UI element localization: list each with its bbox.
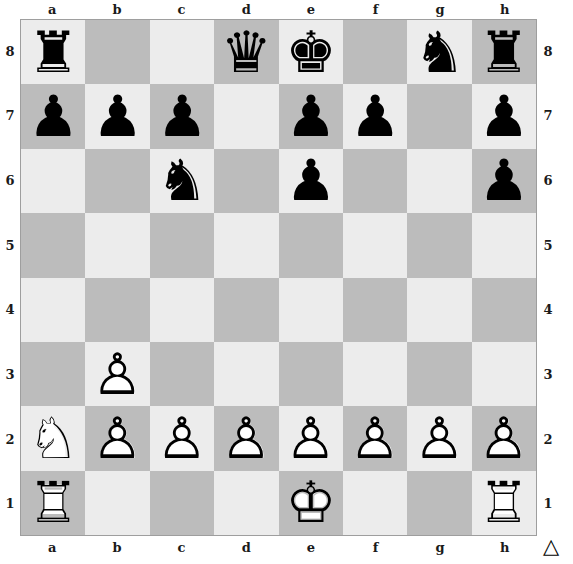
square-d5[interactable] bbox=[214, 213, 278, 277]
black-pawn: ♟ bbox=[150, 84, 214, 148]
square-c6[interactable]: ♞ bbox=[150, 149, 214, 213]
black-pawn: ♟ bbox=[85, 84, 149, 148]
square-c4[interactable] bbox=[150, 278, 214, 342]
black-rook: ♜ bbox=[21, 20, 85, 84]
rank-label-right-2: 2 bbox=[537, 407, 559, 472]
rank-label-left-4: 4 bbox=[0, 278, 20, 343]
square-d3[interactable] bbox=[214, 342, 278, 406]
piece-outline: ♙ bbox=[472, 406, 536, 470]
square-h3[interactable] bbox=[472, 342, 536, 406]
rank-label-right-7: 7 bbox=[537, 84, 559, 149]
rank-labels-left: 87654321 bbox=[0, 19, 20, 536]
square-c2[interactable]: ♟♙ bbox=[150, 406, 214, 470]
square-b5[interactable] bbox=[85, 213, 149, 277]
square-f7[interactable]: ♟ bbox=[343, 84, 407, 148]
square-h6[interactable]: ♟ bbox=[472, 149, 536, 213]
file-label-top-f: f bbox=[343, 0, 408, 19]
file-label-bottom-d: d bbox=[214, 536, 279, 558]
black-king: ♚ bbox=[279, 20, 343, 84]
piece-outline: ♙ bbox=[279, 406, 343, 470]
piece-outline: ♙ bbox=[85, 342, 149, 406]
square-b8[interactable] bbox=[85, 20, 149, 84]
square-g2[interactable]: ♟♙ bbox=[407, 406, 471, 470]
square-b4[interactable] bbox=[85, 278, 149, 342]
file-label-top-a: a bbox=[20, 0, 85, 19]
square-h8[interactable]: ♜ bbox=[472, 20, 536, 84]
rank-label-right-6: 6 bbox=[537, 148, 559, 213]
chess-board: ♜♛♚♞♜♟♟♟♟♟♟♞♟♟♟♙♞♘♟♙♟♙♟♙♟♙♟♙♟♙♟♙♜♖♚♔♜♖ bbox=[20, 19, 537, 536]
square-a5[interactable] bbox=[21, 213, 85, 277]
file-label-top-d: d bbox=[214, 0, 279, 19]
rank-label-right-4: 4 bbox=[537, 278, 559, 343]
file-labels-top: abcdefgh bbox=[20, 0, 537, 19]
square-d4[interactable] bbox=[214, 278, 278, 342]
white-pawn: ♟♙ bbox=[472, 406, 536, 470]
square-b3[interactable]: ♟♙ bbox=[85, 342, 149, 406]
square-e3[interactable] bbox=[279, 342, 343, 406]
piece-outline: ♔ bbox=[279, 471, 343, 535]
rank-label-right-8: 8 bbox=[537, 19, 559, 84]
square-g8[interactable]: ♞ bbox=[407, 20, 471, 84]
square-g5[interactable] bbox=[407, 213, 471, 277]
file-labels-bottom: abcdefgh bbox=[20, 536, 537, 558]
white-pawn: ♟♙ bbox=[85, 342, 149, 406]
white-pawn: ♟♙ bbox=[85, 406, 149, 470]
square-f6[interactable] bbox=[343, 149, 407, 213]
square-a8[interactable]: ♜ bbox=[21, 20, 85, 84]
square-e8[interactable]: ♚ bbox=[279, 20, 343, 84]
white-pawn: ♟♙ bbox=[279, 406, 343, 470]
file-label-top-h: h bbox=[472, 0, 537, 19]
file-label-bottom-a: a bbox=[20, 536, 85, 558]
file-label-top-g: g bbox=[408, 0, 473, 19]
black-pawn: ♟ bbox=[472, 149, 536, 213]
square-a7[interactable]: ♟ bbox=[21, 84, 85, 148]
black-queen: ♛ bbox=[214, 20, 278, 84]
rank-label-left-8: 8 bbox=[0, 19, 20, 84]
square-f3[interactable] bbox=[343, 342, 407, 406]
chess-diagram-page: abcdefgh 87654321 ♜♛♚♞♜♟♟♟♟♟♟♞♟♟♟♙♞♘♟♙♟♙… bbox=[0, 0, 573, 564]
white-rook: ♜♖ bbox=[472, 471, 536, 535]
rank-label-left-6: 6 bbox=[0, 148, 20, 213]
square-g6[interactable] bbox=[407, 149, 471, 213]
file-label-top-c: c bbox=[149, 0, 214, 19]
piece-outline: ♙ bbox=[150, 406, 214, 470]
square-f8[interactable] bbox=[343, 20, 407, 84]
white-rook: ♜♖ bbox=[21, 471, 85, 535]
square-b6[interactable] bbox=[85, 149, 149, 213]
square-e4[interactable] bbox=[279, 278, 343, 342]
file-label-top-e: e bbox=[279, 0, 344, 19]
black-knight: ♞ bbox=[407, 20, 471, 84]
piece-outline: ♙ bbox=[85, 406, 149, 470]
square-e1[interactable]: ♚♔ bbox=[279, 471, 343, 535]
square-e2[interactable]: ♟♙ bbox=[279, 406, 343, 470]
black-pawn: ♟ bbox=[343, 84, 407, 148]
white-to-move-indicator: △ bbox=[538, 533, 564, 559]
square-h7[interactable]: ♟ bbox=[472, 84, 536, 148]
white-pawn: ♟♙ bbox=[407, 406, 471, 470]
square-d1[interactable] bbox=[214, 471, 278, 535]
square-g1[interactable] bbox=[407, 471, 471, 535]
black-knight: ♞ bbox=[150, 149, 214, 213]
square-h4[interactable] bbox=[472, 278, 536, 342]
file-label-bottom-f: f bbox=[343, 536, 408, 558]
square-h2[interactable]: ♟♙ bbox=[472, 406, 536, 470]
square-a1[interactable]: ♜♖ bbox=[21, 471, 85, 535]
square-f2[interactable]: ♟♙ bbox=[343, 406, 407, 470]
square-c3[interactable] bbox=[150, 342, 214, 406]
file-label-bottom-g: g bbox=[408, 536, 473, 558]
square-e5[interactable] bbox=[279, 213, 343, 277]
square-g7[interactable] bbox=[407, 84, 471, 148]
square-b7[interactable]: ♟ bbox=[85, 84, 149, 148]
piece-outline: ♙ bbox=[343, 406, 407, 470]
rank-label-left-2: 2 bbox=[0, 407, 20, 472]
square-f1[interactable] bbox=[343, 471, 407, 535]
square-a3[interactable] bbox=[21, 342, 85, 406]
square-c7[interactable]: ♟ bbox=[150, 84, 214, 148]
square-c8[interactable] bbox=[150, 20, 214, 84]
square-a6[interactable] bbox=[21, 149, 85, 213]
rank-label-left-3: 3 bbox=[0, 342, 20, 407]
square-g3[interactable] bbox=[407, 342, 471, 406]
black-pawn: ♟ bbox=[21, 84, 85, 148]
square-e6[interactable]: ♟ bbox=[279, 149, 343, 213]
file-label-bottom-c: c bbox=[149, 536, 214, 558]
piece-outline: ♘ bbox=[21, 406, 85, 470]
black-pawn: ♟ bbox=[279, 149, 343, 213]
square-h1[interactable]: ♜♖ bbox=[472, 471, 536, 535]
black-pawn: ♟ bbox=[472, 84, 536, 148]
rank-label-right-5: 5 bbox=[537, 213, 559, 278]
file-label-bottom-h: h bbox=[472, 536, 537, 558]
square-g4[interactable] bbox=[407, 278, 471, 342]
square-d2[interactable]: ♟♙ bbox=[214, 406, 278, 470]
square-a4[interactable] bbox=[21, 278, 85, 342]
square-d6[interactable] bbox=[214, 149, 278, 213]
square-b1[interactable] bbox=[85, 471, 149, 535]
rank-label-right-1: 1 bbox=[537, 471, 559, 536]
rank-label-right-3: 3 bbox=[537, 342, 559, 407]
square-e7[interactable]: ♟ bbox=[279, 84, 343, 148]
black-rook: ♜ bbox=[472, 20, 536, 84]
white-knight: ♞♘ bbox=[21, 406, 85, 470]
rank-label-left-1: 1 bbox=[0, 471, 20, 536]
black-pawn: ♟ bbox=[279, 84, 343, 148]
square-f4[interactable] bbox=[343, 278, 407, 342]
piece-outline: ♖ bbox=[21, 471, 85, 535]
rank-label-left-5: 5 bbox=[0, 213, 20, 278]
white-pawn: ♟♙ bbox=[150, 406, 214, 470]
square-f5[interactable] bbox=[343, 213, 407, 277]
square-d8[interactable]: ♛ bbox=[214, 20, 278, 84]
file-label-bottom-e: e bbox=[279, 536, 344, 558]
white-king: ♚♔ bbox=[279, 471, 343, 535]
rank-label-left-7: 7 bbox=[0, 84, 20, 149]
square-h5[interactable] bbox=[472, 213, 536, 277]
file-label-bottom-b: b bbox=[85, 536, 150, 558]
square-a2[interactable]: ♞♘ bbox=[21, 406, 85, 470]
white-pawn: ♟♙ bbox=[214, 406, 278, 470]
white-pawn: ♟♙ bbox=[343, 406, 407, 470]
square-c1[interactable] bbox=[150, 471, 214, 535]
piece-outline: ♙ bbox=[407, 406, 471, 470]
rank-labels-right: 87654321 bbox=[537, 19, 559, 536]
square-d7[interactable] bbox=[214, 84, 278, 148]
piece-outline: ♙ bbox=[214, 406, 278, 470]
square-c5[interactable] bbox=[150, 213, 214, 277]
file-label-top-b: b bbox=[85, 0, 150, 19]
piece-outline: ♖ bbox=[472, 471, 536, 535]
square-b2[interactable]: ♟♙ bbox=[85, 406, 149, 470]
